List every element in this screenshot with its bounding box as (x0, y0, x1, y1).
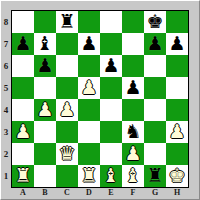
square-c2[interactable]: ♛ (56, 143, 78, 165)
square-a6[interactable] (12, 55, 34, 77)
piece-white-rook[interactable]: ♜ (80, 165, 97, 186)
piece-black-pawn[interactable]: ♟ (146, 33, 163, 54)
piece-black-pawn[interactable]: ♟ (168, 33, 185, 54)
square-h4[interactable] (166, 99, 188, 121)
square-e3[interactable] (100, 121, 122, 143)
square-g4[interactable] (144, 99, 166, 121)
square-f3[interactable]: ♞ (122, 121, 144, 143)
square-e1[interactable]: ♝ (100, 165, 122, 187)
piece-white-pawn[interactable]: ♟ (36, 99, 53, 120)
square-g1[interactable]: ♜ (144, 165, 166, 187)
square-d2[interactable] (78, 143, 100, 165)
piece-white-pawn[interactable]: ♟ (168, 121, 185, 142)
square-a1[interactable]: ♜ (12, 165, 34, 187)
piece-white-pawn[interactable]: ♟ (80, 77, 97, 98)
rank-label-1: 1 (1, 165, 11, 187)
square-d7[interactable]: ♟ (78, 33, 100, 55)
piece-black-king[interactable]: ♚ (146, 11, 163, 32)
piece-black-pawn[interactable]: ♟ (36, 55, 53, 76)
square-c7[interactable] (56, 33, 78, 55)
rank-labels: 87654321 (1, 11, 11, 187)
square-h2[interactable] (166, 143, 188, 165)
file-label-f: F (122, 188, 144, 199)
file-label-a: A (12, 188, 34, 199)
square-c8[interactable]: ♜ (56, 11, 78, 33)
square-a3[interactable]: ♟ (12, 121, 34, 143)
piece-black-pawn[interactable]: ♟ (14, 33, 31, 54)
square-e6[interactable]: ♟ (100, 55, 122, 77)
square-d6[interactable] (78, 55, 100, 77)
square-a8[interactable] (12, 11, 34, 33)
square-g2[interactable] (144, 143, 166, 165)
square-b2[interactable] (34, 143, 56, 165)
file-label-e: E (100, 188, 122, 199)
file-label-c: C (56, 188, 78, 199)
piece-black-rook[interactable]: ♜ (58, 11, 75, 32)
piece-white-pawn[interactable]: ♟ (14, 121, 31, 142)
piece-white-bishop[interactable]: ♝ (102, 165, 119, 186)
square-g8[interactable]: ♚ (144, 11, 166, 33)
rank-label-7: 7 (1, 33, 11, 55)
piece-black-pawn[interactable]: ♟ (124, 77, 141, 98)
rank-label-3: 3 (1, 121, 11, 143)
piece-white-king[interactable]: ♚ (168, 165, 185, 186)
square-b7[interactable]: ♝ (34, 33, 56, 55)
piece-black-pawn[interactable]: ♟ (80, 33, 97, 54)
file-label-g: G (144, 188, 166, 199)
file-label-b: B (34, 188, 56, 199)
square-e2[interactable] (100, 143, 122, 165)
square-b8[interactable] (34, 11, 56, 33)
piece-white-pawn[interactable]: ♟ (124, 143, 141, 164)
square-g7[interactable]: ♟ (144, 33, 166, 55)
rank-label-2: 2 (1, 143, 11, 165)
square-b1[interactable] (34, 165, 56, 187)
piece-black-pawn[interactable]: ♟ (102, 55, 119, 76)
chessboard-window: 87654321 ♜♚♟♝♟♟♟♟♟♟♟♟♟♟♞♟♛♟♜♜♝♝♜♚ ABCDEF… (0, 0, 200, 200)
piece-white-queen[interactable]: ♛ (58, 143, 75, 164)
square-g3[interactable] (144, 121, 166, 143)
square-a7[interactable]: ♟ (12, 33, 34, 55)
piece-white-bishop[interactable]: ♝ (124, 165, 141, 186)
square-a2[interactable] (12, 143, 34, 165)
piece-black-rook[interactable]: ♜ (146, 165, 163, 186)
square-b4[interactable]: ♟ (34, 99, 56, 121)
square-h6[interactable] (166, 55, 188, 77)
square-c5[interactable] (56, 77, 78, 99)
square-h5[interactable] (166, 77, 188, 99)
square-g6[interactable] (144, 55, 166, 77)
square-a5[interactable] (12, 77, 34, 99)
square-e5[interactable] (100, 77, 122, 99)
square-f7[interactable] (122, 33, 144, 55)
square-b5[interactable] (34, 77, 56, 99)
square-c4[interactable]: ♟ (56, 99, 78, 121)
square-c1[interactable] (56, 165, 78, 187)
square-f4[interactable] (122, 99, 144, 121)
square-b3[interactable] (34, 121, 56, 143)
square-e4[interactable] (100, 99, 122, 121)
rank-label-5: 5 (1, 77, 11, 99)
square-g5[interactable] (144, 77, 166, 99)
piece-white-rook[interactable]: ♜ (14, 165, 31, 186)
square-a4[interactable] (12, 99, 34, 121)
square-f2[interactable]: ♟ (122, 143, 144, 165)
rank-label-4: 4 (1, 99, 11, 121)
board: ♜♚♟♝♟♟♟♟♟♟♟♟♟♟♞♟♛♟♜♜♝♝♜♚ (11, 10, 189, 188)
file-labels: ABCDEFGH (12, 188, 188, 199)
piece-white-pawn[interactable]: ♟ (58, 99, 75, 120)
square-c6[interactable] (56, 55, 78, 77)
square-h1[interactable]: ♚ (166, 165, 188, 187)
square-d1[interactable]: ♜ (78, 165, 100, 187)
square-f1[interactable]: ♝ (122, 165, 144, 187)
square-f6[interactable] (122, 55, 144, 77)
square-d4[interactable] (78, 99, 100, 121)
square-d3[interactable] (78, 121, 100, 143)
square-d8[interactable] (78, 11, 100, 33)
rank-label-8: 8 (1, 11, 11, 33)
square-e8[interactable] (100, 11, 122, 33)
file-label-d: D (78, 188, 100, 199)
piece-black-bishop[interactable]: ♝ (36, 33, 53, 54)
square-b6[interactable]: ♟ (34, 55, 56, 77)
square-f8[interactable] (122, 11, 144, 33)
square-h8[interactable] (166, 11, 188, 33)
square-f5[interactable]: ♟ (122, 77, 144, 99)
square-e7[interactable] (100, 33, 122, 55)
square-c3[interactable] (56, 121, 78, 143)
piece-black-knight[interactable]: ♞ (124, 121, 141, 142)
file-label-h: H (166, 188, 188, 199)
square-h3[interactable]: ♟ (166, 121, 188, 143)
rank-label-6: 6 (1, 55, 11, 77)
square-h7[interactable]: ♟ (166, 33, 188, 55)
square-d5[interactable]: ♟ (78, 77, 100, 99)
